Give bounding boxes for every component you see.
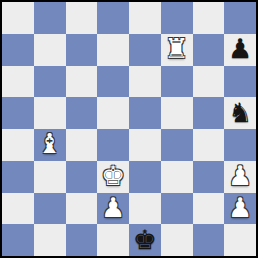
white-king[interactable]: ♚ (101, 162, 125, 189)
square-e3[interactable] (129, 161, 161, 193)
square-b2[interactable] (34, 193, 66, 225)
square-a3[interactable] (2, 161, 34, 193)
square-e4[interactable] (129, 129, 161, 161)
square-h2[interactable]: ♟ (224, 193, 256, 225)
square-f3[interactable] (161, 161, 193, 193)
square-h4[interactable] (224, 129, 256, 161)
square-f8[interactable] (161, 2, 193, 34)
square-f1[interactable] (161, 224, 193, 256)
square-d1[interactable] (97, 224, 129, 256)
square-h5[interactable]: ♞ (224, 97, 256, 129)
square-c5[interactable] (66, 97, 98, 129)
square-a1[interactable] (2, 224, 34, 256)
square-g4[interactable] (193, 129, 225, 161)
square-e5[interactable] (129, 97, 161, 129)
black-pawn[interactable]: ♟ (228, 35, 252, 62)
square-g2[interactable] (193, 193, 225, 225)
square-h3[interactable]: ♟ (224, 161, 256, 193)
square-h1[interactable] (224, 224, 256, 256)
black-knight[interactable]: ♞ (228, 99, 252, 126)
square-a4[interactable] (2, 129, 34, 161)
square-c1[interactable] (66, 224, 98, 256)
square-c8[interactable] (66, 2, 98, 34)
white-pawn[interactable]: ♟ (228, 162, 252, 189)
square-a5[interactable] (2, 97, 34, 129)
square-e2[interactable] (129, 193, 161, 225)
white-bishop[interactable]: ♝ (38, 130, 62, 157)
square-f5[interactable] (161, 97, 193, 129)
square-d2[interactable]: ♟ (97, 193, 129, 225)
square-g3[interactable] (193, 161, 225, 193)
square-d3[interactable]: ♚ (97, 161, 129, 193)
square-g1[interactable] (193, 224, 225, 256)
white-rook[interactable]: ♜ (165, 35, 189, 62)
square-d5[interactable] (97, 97, 129, 129)
chess-board: ♜♟♞♝♚♟♟♟♚ (0, 0, 258, 258)
square-c3[interactable] (66, 161, 98, 193)
square-a8[interactable] (2, 2, 34, 34)
square-a2[interactable] (2, 193, 34, 225)
square-e1[interactable]: ♚ (129, 224, 161, 256)
square-e6[interactable] (129, 66, 161, 98)
square-c7[interactable] (66, 34, 98, 66)
square-a7[interactable] (2, 34, 34, 66)
square-c2[interactable] (66, 193, 98, 225)
square-d4[interactable] (97, 129, 129, 161)
square-a6[interactable] (2, 66, 34, 98)
square-e8[interactable] (129, 2, 161, 34)
square-f2[interactable] (161, 193, 193, 225)
square-b6[interactable] (34, 66, 66, 98)
square-g8[interactable] (193, 2, 225, 34)
square-c6[interactable] (66, 66, 98, 98)
square-h8[interactable] (224, 2, 256, 34)
square-b4[interactable]: ♝ (34, 129, 66, 161)
square-b3[interactable] (34, 161, 66, 193)
square-d7[interactable] (97, 34, 129, 66)
square-b5[interactable] (34, 97, 66, 129)
square-b1[interactable] (34, 224, 66, 256)
square-f4[interactable] (161, 129, 193, 161)
square-b7[interactable] (34, 34, 66, 66)
white-pawn[interactable]: ♟ (228, 194, 252, 221)
square-e7[interactable] (129, 34, 161, 66)
square-d8[interactable] (97, 2, 129, 34)
square-d6[interactable] (97, 66, 129, 98)
square-f7[interactable]: ♜ (161, 34, 193, 66)
black-king[interactable]: ♚ (133, 226, 157, 253)
square-g6[interactable] (193, 66, 225, 98)
square-h6[interactable] (224, 66, 256, 98)
square-g5[interactable] (193, 97, 225, 129)
square-f6[interactable] (161, 66, 193, 98)
square-c4[interactable] (66, 129, 98, 161)
square-g7[interactable] (193, 34, 225, 66)
square-h7[interactable]: ♟ (224, 34, 256, 66)
white-pawn[interactable]: ♟ (101, 194, 125, 221)
square-b8[interactable] (34, 2, 66, 34)
